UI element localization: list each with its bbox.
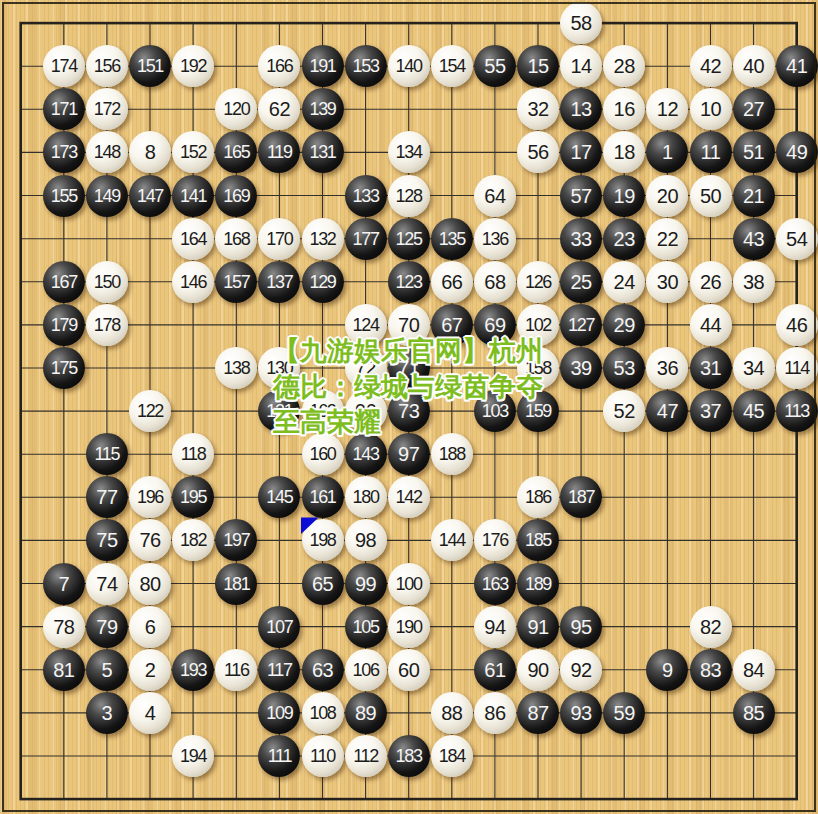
move-number: 164 bbox=[180, 229, 206, 247]
stone: 153 bbox=[345, 45, 387, 87]
move-number: 17 bbox=[570, 142, 591, 162]
move-number: 125 bbox=[396, 229, 422, 247]
move-number: 144 bbox=[439, 531, 465, 549]
stone: 117 bbox=[258, 649, 300, 691]
stone: 177 bbox=[345, 218, 387, 260]
move-number: 54 bbox=[786, 228, 807, 248]
stone: 77 bbox=[86, 476, 128, 518]
stone: 95 bbox=[560, 606, 602, 648]
move-number: 123 bbox=[396, 272, 422, 290]
stone: 74 bbox=[86, 563, 128, 605]
move-number: 161 bbox=[309, 488, 335, 506]
move-number: 24 bbox=[614, 271, 635, 291]
move-number: 194 bbox=[180, 747, 206, 765]
stone: 34 bbox=[733, 347, 775, 389]
move-number: 172 bbox=[94, 100, 120, 118]
stone: 154 bbox=[431, 45, 473, 87]
move-number: 12 bbox=[657, 99, 678, 119]
move-number: 176 bbox=[482, 531, 508, 549]
move-number: 31 bbox=[700, 358, 721, 378]
stone: 168 bbox=[215, 218, 257, 260]
watermark-line: 德比：绿城与绿茵争夺 bbox=[273, 370, 543, 406]
move-number: 136 bbox=[482, 229, 508, 247]
stone: 89 bbox=[345, 692, 387, 734]
move-number: 113 bbox=[784, 402, 809, 420]
move-number: 145 bbox=[266, 488, 292, 506]
move-number: 11 bbox=[701, 142, 721, 162]
stone: 181 bbox=[215, 563, 257, 605]
move-number: 132 bbox=[309, 229, 335, 247]
stone: 137 bbox=[258, 261, 300, 303]
move-number: 32 bbox=[527, 99, 548, 119]
stone: 138 bbox=[215, 347, 257, 389]
move-number: 39 bbox=[570, 358, 591, 378]
move-number: 117 bbox=[267, 660, 292, 678]
stone: 190 bbox=[388, 606, 430, 648]
move-number: 86 bbox=[484, 702, 505, 722]
stone: 63 bbox=[302, 649, 344, 691]
stone: 44 bbox=[690, 304, 732, 346]
watermark-line: 【九游娱乐官网】杭州 bbox=[273, 334, 543, 370]
move-number: 147 bbox=[137, 186, 163, 204]
stone: 15 bbox=[517, 45, 559, 87]
move-number: 170 bbox=[266, 229, 292, 247]
stone: 144 bbox=[431, 519, 473, 561]
stone: 179 bbox=[43, 304, 85, 346]
stone: 10 bbox=[690, 88, 732, 130]
move-number: 47 bbox=[657, 401, 678, 421]
stone: 84 bbox=[733, 649, 775, 691]
move-number: 55 bbox=[484, 56, 505, 76]
move-number: 134 bbox=[396, 143, 422, 161]
stone: 110 bbox=[302, 735, 344, 777]
stone: 99 bbox=[345, 563, 387, 605]
move-number: 85 bbox=[743, 702, 764, 722]
move-number: 18 bbox=[614, 142, 635, 162]
stone: 123 bbox=[388, 261, 430, 303]
move-number: 25 bbox=[570, 271, 591, 291]
stone: 107 bbox=[258, 606, 300, 648]
move-number: 19 bbox=[614, 185, 635, 205]
stone: 141 bbox=[172, 175, 214, 217]
stone: 31 bbox=[690, 347, 732, 389]
move-number: 177 bbox=[353, 229, 379, 247]
move-number: 155 bbox=[51, 186, 77, 204]
stone: 90 bbox=[517, 649, 559, 691]
stone: 3 bbox=[86, 692, 128, 734]
stone: 52 bbox=[603, 390, 645, 432]
stone: 22 bbox=[646, 218, 688, 260]
stone: 109 bbox=[258, 692, 300, 734]
move-number: 150 bbox=[94, 272, 120, 290]
move-number: 188 bbox=[439, 445, 465, 463]
stone: 127 bbox=[560, 304, 602, 346]
move-number: 30 bbox=[657, 271, 678, 291]
stone: 191 bbox=[302, 45, 344, 87]
move-number: 94 bbox=[484, 616, 505, 636]
move-number: 180 bbox=[353, 488, 379, 506]
stone: 116 bbox=[215, 649, 257, 691]
move-number: 45 bbox=[743, 401, 764, 421]
stone: 106 bbox=[345, 649, 387, 691]
move-number: 59 bbox=[614, 702, 635, 722]
move-number: 76 bbox=[139, 530, 160, 550]
move-number: 74 bbox=[96, 573, 117, 593]
stone: 39 bbox=[560, 347, 602, 389]
move-number: 93 bbox=[570, 702, 591, 722]
move-number: 171 bbox=[51, 100, 77, 118]
move-number: 3 bbox=[102, 702, 113, 722]
stone: 86 bbox=[474, 692, 516, 734]
stone: 32 bbox=[517, 88, 559, 130]
move-number: 187 bbox=[568, 488, 594, 506]
stone: 14 bbox=[560, 45, 602, 87]
move-number: 182 bbox=[180, 531, 206, 549]
move-number: 196 bbox=[137, 488, 163, 506]
move-number: 84 bbox=[743, 659, 764, 679]
move-number: 27 bbox=[743, 99, 764, 119]
move-number: 61 bbox=[484, 659, 505, 679]
stone: 92 bbox=[560, 649, 602, 691]
stone: 196 bbox=[129, 476, 171, 518]
move-number: 165 bbox=[223, 143, 249, 161]
move-number: 156 bbox=[94, 57, 120, 75]
stone: 164 bbox=[172, 218, 214, 260]
stone: 45 bbox=[733, 390, 775, 432]
move-number: 152 bbox=[180, 143, 206, 161]
move-number: 138 bbox=[223, 359, 249, 377]
move-number: 6 bbox=[145, 616, 156, 636]
move-number: 179 bbox=[51, 315, 77, 333]
move-number: 60 bbox=[398, 659, 419, 679]
move-number: 80 bbox=[139, 573, 160, 593]
stone: 43 bbox=[733, 218, 775, 260]
stone: 38 bbox=[733, 261, 775, 303]
stone: 192 bbox=[172, 45, 214, 87]
stone: 30 bbox=[646, 261, 688, 303]
stone: 163 bbox=[474, 563, 516, 605]
move-number: 33 bbox=[570, 228, 591, 248]
stone: 75 bbox=[86, 519, 128, 561]
move-number: 43 bbox=[743, 228, 764, 248]
move-number: 192 bbox=[180, 57, 206, 75]
stone: 61 bbox=[474, 649, 516, 691]
stone: 49 bbox=[776, 131, 818, 173]
move-number: 195 bbox=[180, 488, 206, 506]
move-number: 44 bbox=[700, 314, 721, 334]
move-number: 119 bbox=[267, 143, 292, 161]
stone: 135 bbox=[431, 218, 473, 260]
move-number: 116 bbox=[224, 660, 249, 678]
move-number: 102 bbox=[525, 315, 551, 333]
move-number: 87 bbox=[527, 702, 548, 722]
stone: 60 bbox=[388, 649, 430, 691]
move-number: 38 bbox=[743, 271, 764, 291]
move-number: 41 bbox=[786, 56, 807, 76]
move-number: 174 bbox=[51, 57, 77, 75]
move-number: 111 bbox=[268, 747, 291, 765]
move-number: 65 bbox=[312, 573, 333, 593]
stone: 41 bbox=[776, 45, 818, 87]
stone: 81 bbox=[43, 649, 85, 691]
move-number: 128 bbox=[396, 186, 422, 204]
move-number: 82 bbox=[700, 616, 721, 636]
stone: 20 bbox=[646, 175, 688, 217]
move-number: 129 bbox=[309, 272, 335, 290]
move-number: 146 bbox=[180, 272, 206, 290]
stone: 33 bbox=[560, 218, 602, 260]
move-number: 2 bbox=[145, 659, 156, 679]
move-number: 20 bbox=[657, 185, 678, 205]
move-number: 8 bbox=[145, 142, 156, 162]
move-number: 122 bbox=[137, 402, 163, 420]
move-number: 57 bbox=[570, 185, 591, 205]
move-number: 10 bbox=[700, 99, 721, 119]
move-number: 193 bbox=[180, 660, 206, 678]
watermark-text: 【九游娱乐官网】杭州德比：绿城与绿茵争夺至高荣耀 bbox=[273, 334, 543, 441]
stone: 5 bbox=[86, 649, 128, 691]
stone: 64 bbox=[474, 175, 516, 217]
move-number: 184 bbox=[439, 747, 465, 765]
move-number: 149 bbox=[94, 186, 120, 204]
stone: 171 bbox=[43, 88, 85, 130]
move-number: 175 bbox=[51, 359, 77, 377]
stone: 108 bbox=[302, 692, 344, 734]
stone: 112 bbox=[345, 735, 387, 777]
stone: 24 bbox=[603, 261, 645, 303]
stone: 146 bbox=[172, 261, 214, 303]
stone: 122 bbox=[129, 390, 171, 432]
stone: 57 bbox=[560, 175, 602, 217]
move-number: 42 bbox=[700, 56, 721, 76]
move-number: 92 bbox=[570, 659, 591, 679]
stone: 58 bbox=[560, 2, 602, 44]
move-number: 56 bbox=[527, 142, 548, 162]
stone: 186 bbox=[517, 476, 559, 518]
move-number: 91 bbox=[527, 616, 548, 636]
stone: 79 bbox=[86, 606, 128, 648]
stone: 173 bbox=[43, 131, 85, 173]
move-number: 79 bbox=[96, 616, 117, 636]
move-number: 140 bbox=[396, 57, 422, 75]
stone: 37 bbox=[690, 390, 732, 432]
stone: 93 bbox=[560, 692, 602, 734]
move-number: 67 bbox=[441, 314, 462, 334]
stone: 194 bbox=[172, 735, 214, 777]
move-number: 190 bbox=[396, 617, 422, 635]
stone: 176 bbox=[474, 519, 516, 561]
move-number: 53 bbox=[614, 358, 635, 378]
move-number: 106 bbox=[353, 660, 379, 678]
stone: 193 bbox=[172, 649, 214, 691]
move-number: 142 bbox=[396, 488, 422, 506]
stone: 175 bbox=[43, 347, 85, 389]
move-number: 63 bbox=[312, 659, 333, 679]
move-number: 68 bbox=[484, 271, 505, 291]
move-number: 77 bbox=[96, 487, 117, 507]
move-number: 133 bbox=[353, 186, 379, 204]
move-number: 120 bbox=[223, 100, 249, 118]
stone: 80 bbox=[129, 563, 171, 605]
move-number: 100 bbox=[396, 574, 422, 592]
stone: 147 bbox=[129, 175, 171, 217]
stone: 174 bbox=[43, 45, 85, 87]
stone: 125 bbox=[388, 218, 430, 260]
move-number: 143 bbox=[353, 445, 379, 463]
move-number: 83 bbox=[700, 659, 721, 679]
stone: 66 bbox=[431, 261, 473, 303]
move-number: 50 bbox=[700, 185, 721, 205]
stone: 172 bbox=[86, 88, 128, 130]
move-number: 114 bbox=[784, 359, 809, 377]
stone: 167 bbox=[43, 261, 85, 303]
stone: 128 bbox=[388, 175, 430, 217]
stone: 180 bbox=[345, 476, 387, 518]
stone: 68 bbox=[474, 261, 516, 303]
move-number: 105 bbox=[353, 617, 379, 635]
stone: 21 bbox=[733, 175, 775, 217]
stone: 115 bbox=[86, 433, 128, 475]
move-number: 15 bbox=[527, 56, 548, 76]
move-number: 160 bbox=[309, 445, 335, 463]
stone: 118 bbox=[172, 433, 214, 475]
move-number: 168 bbox=[223, 229, 249, 247]
stone: 98 bbox=[345, 519, 387, 561]
move-number: 28 bbox=[614, 56, 635, 76]
stone: 40 bbox=[733, 45, 775, 87]
stone: 51 bbox=[733, 131, 775, 173]
stone: 87 bbox=[517, 692, 559, 734]
stone: 65 bbox=[302, 563, 344, 605]
move-number: 131 bbox=[309, 143, 335, 161]
move-number: 154 bbox=[439, 57, 465, 75]
stone: 169 bbox=[215, 175, 257, 217]
stone: 94 bbox=[474, 606, 516, 648]
stone: 131 bbox=[302, 131, 344, 173]
move-number: 95 bbox=[570, 616, 591, 636]
move-number: 16 bbox=[614, 99, 635, 119]
stone: 85 bbox=[733, 692, 775, 734]
stone: 23 bbox=[603, 218, 645, 260]
stone: 114 bbox=[776, 347, 818, 389]
move-number: 23 bbox=[614, 228, 635, 248]
stone: 54 bbox=[776, 218, 818, 260]
stone: 149 bbox=[86, 175, 128, 217]
move-number: 109 bbox=[266, 703, 292, 721]
stone: 178 bbox=[86, 304, 128, 346]
stone: 133 bbox=[345, 175, 387, 217]
move-number: 1 bbox=[662, 142, 673, 162]
move-number: 7 bbox=[58, 573, 69, 593]
stone: 4 bbox=[129, 692, 171, 734]
stone: 126 bbox=[517, 261, 559, 303]
stone: 42 bbox=[690, 45, 732, 87]
move-number: 148 bbox=[94, 143, 120, 161]
stone: 29 bbox=[603, 304, 645, 346]
stone: 53 bbox=[603, 347, 645, 389]
move-number: 49 bbox=[786, 142, 807, 162]
move-number: 81 bbox=[53, 659, 74, 679]
stone: 100 bbox=[388, 563, 430, 605]
move-number: 88 bbox=[441, 702, 462, 722]
move-number: 52 bbox=[614, 401, 635, 421]
move-number: 110 bbox=[310, 747, 335, 765]
stone: 161 bbox=[302, 476, 344, 518]
move-number: 141 bbox=[180, 186, 206, 204]
move-number: 137 bbox=[266, 272, 292, 290]
stone: 91 bbox=[517, 606, 559, 648]
move-number: 58 bbox=[570, 13, 591, 33]
move-number: 9 bbox=[662, 659, 673, 679]
stone: 148 bbox=[86, 131, 128, 173]
move-number: 14 bbox=[570, 56, 591, 76]
watermark-line: 至高荣耀 bbox=[273, 405, 543, 441]
move-number: 167 bbox=[51, 272, 77, 290]
stone: 129 bbox=[302, 261, 344, 303]
move-number: 166 bbox=[266, 57, 292, 75]
stone: 151 bbox=[129, 45, 171, 87]
stone: 157 bbox=[215, 261, 257, 303]
move-number: 51 bbox=[743, 142, 764, 162]
stone: 78 bbox=[43, 606, 85, 648]
move-number: 13 bbox=[570, 99, 591, 119]
stone: 156 bbox=[86, 45, 128, 87]
move-number: 5 bbox=[102, 659, 113, 679]
stone: 134 bbox=[388, 131, 430, 173]
stone: 155 bbox=[43, 175, 85, 217]
stone: 9 bbox=[646, 649, 688, 691]
stone: 2 bbox=[129, 649, 171, 691]
stone: 132 bbox=[302, 218, 344, 260]
stone: 11 bbox=[690, 131, 732, 173]
move-number: 186 bbox=[525, 488, 551, 506]
move-number: 163 bbox=[482, 574, 508, 592]
go-game-record: 5817415615119216619115314015455151428424… bbox=[0, 0, 818, 814]
stone: 113 bbox=[776, 390, 818, 432]
move-number: 115 bbox=[94, 445, 119, 463]
move-number: 66 bbox=[441, 271, 462, 291]
move-number: 118 bbox=[181, 445, 206, 463]
move-number: 26 bbox=[700, 271, 721, 291]
stone: 150 bbox=[86, 261, 128, 303]
stone: 26 bbox=[690, 261, 732, 303]
stone: 184 bbox=[431, 735, 473, 777]
move-number: 157 bbox=[223, 272, 249, 290]
stone: 50 bbox=[690, 175, 732, 217]
move-number: 126 bbox=[525, 272, 551, 290]
move-number: 40 bbox=[743, 56, 764, 76]
move-number: 36 bbox=[657, 358, 678, 378]
stone: 88 bbox=[431, 692, 473, 734]
stone: 142 bbox=[388, 476, 430, 518]
move-number: 99 bbox=[355, 573, 376, 593]
move-number: 181 bbox=[223, 574, 249, 592]
move-number: 112 bbox=[353, 747, 378, 765]
move-number: 37 bbox=[700, 401, 721, 421]
stone: 139 bbox=[302, 88, 344, 130]
stone: 183 bbox=[388, 735, 430, 777]
move-number: 127 bbox=[568, 315, 594, 333]
stone: 140 bbox=[388, 45, 430, 87]
move-number: 197 bbox=[223, 531, 249, 549]
move-number: 78 bbox=[53, 616, 74, 636]
stone: 189 bbox=[517, 563, 559, 605]
stone: 19 bbox=[603, 175, 645, 217]
move-number: 70 bbox=[398, 314, 419, 334]
move-number: 124 bbox=[353, 315, 379, 333]
move-number: 34 bbox=[743, 358, 764, 378]
move-number: 90 bbox=[527, 659, 548, 679]
